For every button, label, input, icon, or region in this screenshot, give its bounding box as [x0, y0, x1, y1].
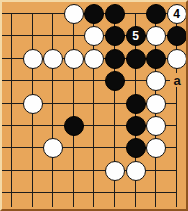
board-vline	[11, 13, 12, 207]
board-hline	[2, 192, 177, 193]
go-board[interactable]: 45a	[0, 0, 188, 211]
white-stone[interactable]	[84, 26, 104, 46]
board-vline	[73, 13, 74, 207]
black-stone[interactable]	[126, 49, 146, 69]
black-stone[interactable]	[105, 4, 125, 24]
white-stone[interactable]	[126, 161, 146, 181]
white-stone[interactable]	[43, 138, 63, 158]
white-stone[interactable]	[167, 49, 187, 69]
black-stone[interactable]	[84, 4, 104, 24]
white-stone[interactable]	[105, 161, 125, 181]
white-stone[interactable]	[146, 116, 166, 136]
board-vline	[52, 13, 53, 207]
white-stone-move-4[interactable]: 4	[167, 4, 187, 24]
black-stone[interactable]	[126, 116, 146, 136]
black-stone[interactable]	[105, 49, 125, 69]
white-stone[interactable]	[64, 4, 84, 24]
go-diagram: 45a	[0, 0, 188, 211]
black-stone[interactable]	[105, 71, 125, 91]
black-stone[interactable]	[126, 138, 146, 158]
white-stone[interactable]	[84, 49, 104, 69]
black-stone[interactable]	[146, 4, 166, 24]
white-stone[interactable]	[23, 49, 43, 69]
board-hline	[2, 170, 177, 171]
black-stone[interactable]	[64, 116, 84, 136]
white-stone[interactable]	[146, 26, 166, 46]
black-stone-move-5[interactable]: 5	[126, 26, 146, 46]
white-stone[interactable]	[146, 71, 166, 91]
white-stone[interactable]	[146, 94, 166, 114]
white-stone[interactable]	[146, 138, 166, 158]
white-stone[interactable]	[43, 49, 63, 69]
black-stone[interactable]	[146, 49, 166, 69]
point-label-a[interactable]: a	[170, 73, 184, 87]
white-stone[interactable]	[23, 94, 43, 114]
black-stone[interactable]	[126, 94, 146, 114]
white-stone[interactable]	[64, 49, 84, 69]
black-stone[interactable]	[167, 26, 187, 46]
black-stone[interactable]	[105, 26, 125, 46]
